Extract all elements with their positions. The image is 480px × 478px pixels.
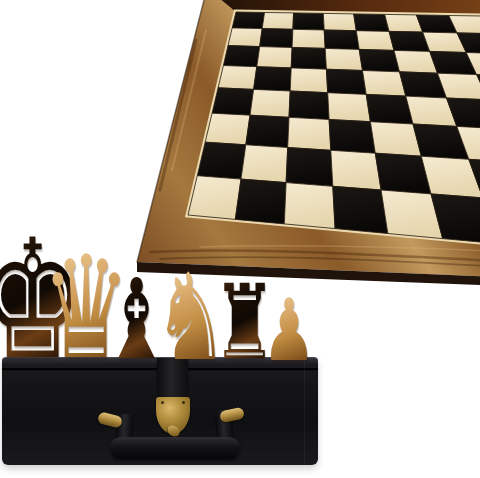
board-squares [188, 12, 480, 255]
board-square [289, 91, 329, 120]
board-square [197, 142, 246, 179]
piece-pawn: ♟ [259, 287, 319, 373]
board-square [333, 186, 388, 233]
board-square [291, 48, 326, 70]
board-square [359, 49, 399, 71]
board-square [188, 176, 241, 220]
board-square [326, 69, 366, 94]
board-square [246, 115, 289, 147]
board-square [328, 93, 371, 122]
board-square [212, 88, 254, 115]
board-square [366, 94, 413, 124]
board-square [325, 48, 362, 70]
product-photo-scene: ♚ ♛ ♝ ♞ ♜ ♟ [0, 0, 480, 478]
board-square [331, 150, 381, 190]
board-square [250, 89, 290, 117]
latch-screw-icon [161, 401, 164, 404]
board-square [223, 46, 259, 67]
board-square [290, 68, 328, 93]
case-handle [110, 437, 240, 459]
board-square [286, 148, 333, 187]
board-square [235, 179, 286, 224]
board-square [293, 13, 324, 30]
board-square [228, 28, 262, 47]
board-square [363, 71, 406, 97]
latch-screw-icon [182, 401, 185, 404]
board-square [262, 13, 293, 30]
board-square [356, 31, 394, 51]
board-square [329, 120, 375, 154]
board-square [323, 13, 356, 30]
board-square [292, 29, 325, 48]
board-square [260, 29, 293, 48]
board-square [205, 113, 250, 145]
board-square [324, 30, 359, 49]
board-square [284, 183, 335, 229]
board-square [254, 67, 292, 91]
board-square [354, 14, 389, 32]
board-square [241, 145, 288, 183]
board-square [218, 66, 257, 90]
board-square [257, 47, 292, 68]
board-square [232, 12, 264, 29]
board-square [288, 117, 331, 150]
